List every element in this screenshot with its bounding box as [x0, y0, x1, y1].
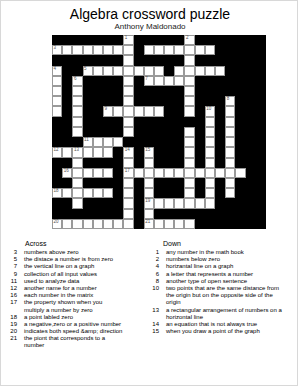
- grid-cell[interactable]: [113, 219, 123, 229]
- grid-cell[interactable]: [93, 45, 103, 55]
- black-cell: [174, 209, 184, 219]
- grid-cell[interactable]: [225, 106, 235, 116]
- clue-text: collection of all input values: [24, 271, 124, 278]
- black-cell: [246, 188, 256, 198]
- grid-cell[interactable]: 6: [72, 76, 82, 86]
- black-cell: [134, 76, 144, 86]
- black-cell: [154, 158, 164, 168]
- grid-cell[interactable]: 14: [123, 147, 133, 157]
- grid-cell[interactable]: [52, 86, 62, 96]
- crossword-page: Algebra crossword puzzle Anthony Maldona…: [0, 0, 298, 386]
- black-cell: [62, 198, 72, 208]
- black-cell: [215, 188, 225, 198]
- black-cell: [195, 76, 205, 86]
- black-cell: [195, 188, 205, 198]
- black-cell: [256, 188, 266, 198]
- black-cell: [174, 127, 184, 137]
- grid-cell[interactable]: [184, 158, 194, 168]
- black-cell: [52, 127, 62, 137]
- black-cell: [144, 117, 154, 127]
- clue-number: 19: [5, 321, 17, 328]
- grid-cell[interactable]: [184, 106, 194, 116]
- grid-cell[interactable]: [225, 137, 235, 147]
- grid-cell[interactable]: [225, 158, 235, 168]
- grid-cell[interactable]: [205, 137, 215, 147]
- grid-cell[interactable]: [62, 219, 72, 229]
- black-cell: [205, 76, 215, 86]
- grid-cell[interactable]: [103, 137, 113, 147]
- black-cell: [113, 86, 123, 96]
- black-cell: [174, 188, 184, 198]
- black-cell: [225, 209, 235, 219]
- grid-cell[interactable]: [154, 76, 164, 86]
- grid-cell[interactable]: [205, 147, 215, 157]
- black-cell: [62, 66, 72, 76]
- black-cell: [246, 209, 256, 219]
- grid-cell[interactable]: [195, 45, 205, 55]
- black-cell: [164, 96, 174, 106]
- black-cell: [215, 158, 225, 168]
- grid-cell[interactable]: [205, 45, 215, 55]
- black-cell: [72, 66, 82, 76]
- grid-cell[interactable]: [123, 209, 133, 219]
- grid-cell[interactable]: [205, 188, 215, 198]
- clue-row: 4horizantal line on a graph: [147, 263, 295, 270]
- black-cell: [256, 178, 266, 188]
- clue-text: the distace a number is from zero: [24, 256, 124, 263]
- grid-cell[interactable]: [134, 168, 144, 178]
- grid-cell[interactable]: [184, 96, 194, 106]
- clue-text: another type of open sentence: [166, 278, 286, 285]
- grid-cell[interactable]: [144, 168, 154, 178]
- grid-cell[interactable]: [164, 219, 174, 229]
- grid-cell[interactable]: 15: [144, 147, 154, 157]
- black-cell: [235, 106, 245, 116]
- grid-cell[interactable]: [113, 137, 123, 147]
- black-cell: [83, 35, 93, 45]
- grid-cell[interactable]: [144, 66, 154, 76]
- grid-cell[interactable]: [144, 209, 154, 219]
- grid-cell[interactable]: 21: [144, 219, 154, 229]
- grid-cell[interactable]: [93, 147, 103, 157]
- black-cell: [256, 209, 266, 219]
- black-cell: [103, 86, 113, 96]
- black-cell: [256, 106, 266, 116]
- black-cell: [164, 147, 174, 157]
- grid-cell[interactable]: [154, 198, 164, 208]
- black-cell: [164, 158, 174, 168]
- grid-cell[interactable]: 13: [72, 147, 82, 157]
- clue-text: when you draw a point of the graph: [166, 328, 286, 335]
- grid-cell[interactable]: [123, 76, 133, 86]
- grid-cell[interactable]: [205, 158, 215, 168]
- black-cell: [246, 127, 256, 137]
- grid-cell[interactable]: [72, 45, 82, 55]
- black-cell: [174, 106, 184, 116]
- grid-cell[interactable]: 7: [144, 76, 154, 86]
- grid-cell[interactable]: [83, 45, 93, 55]
- grid-cell[interactable]: [205, 66, 215, 76]
- grid-cell[interactable]: [205, 127, 215, 137]
- grid-cell[interactable]: 12: [52, 147, 62, 157]
- black-cell: [134, 86, 144, 96]
- grid-cell[interactable]: [93, 137, 103, 147]
- grid-cell[interactable]: 10: [205, 106, 215, 116]
- black-cell: [164, 55, 174, 65]
- black-cell: [174, 86, 184, 96]
- clue-row: 17the property shown when you multiply a…: [5, 299, 145, 313]
- clue-row: 12another name for a number: [5, 285, 145, 292]
- cell-number: 20: [54, 220, 59, 225]
- black-cell: [93, 76, 103, 86]
- clue-text: any number in the math book: [166, 249, 286, 256]
- black-cell: [144, 96, 154, 106]
- grid-cell[interactable]: [134, 66, 144, 76]
- grid-cell[interactable]: [144, 158, 154, 168]
- black-cell: [164, 86, 174, 96]
- black-cell: [134, 127, 144, 137]
- black-cell: [195, 86, 205, 96]
- grid-cell[interactable]: [123, 219, 133, 229]
- grid-cell[interactable]: [72, 158, 82, 168]
- grid-cell[interactable]: [174, 76, 184, 86]
- black-cell: [225, 86, 235, 96]
- black-cell: [52, 137, 62, 147]
- grid-cell[interactable]: [215, 66, 225, 76]
- black-cell: [83, 106, 93, 116]
- grid-cell[interactable]: [103, 168, 113, 178]
- grid-cell[interactable]: 5: [83, 66, 93, 76]
- grid-cell[interactable]: [123, 106, 133, 116]
- grid-cell[interactable]: [103, 147, 113, 157]
- grid-cell[interactable]: [62, 45, 72, 55]
- black-cell: [235, 209, 245, 219]
- black-cell: [123, 137, 133, 147]
- black-cell: [62, 35, 72, 45]
- grid-cell[interactable]: [103, 45, 113, 55]
- grid-cell[interactable]: [72, 168, 82, 178]
- black-cell: [134, 188, 144, 198]
- grid-cell[interactable]: [154, 106, 164, 116]
- black-cell: [83, 178, 93, 188]
- author-byline: Anthony Maldonado: [1, 22, 298, 31]
- grid-cell[interactable]: [205, 178, 215, 188]
- black-cell: [134, 198, 144, 208]
- clue-row: 21the piont that corresponds to a number: [5, 335, 145, 349]
- grid-cell[interactable]: [174, 168, 184, 178]
- clue-text: a rectangular arrangement of numbers on …: [166, 307, 286, 321]
- black-cell: [113, 209, 123, 219]
- black-cell: [174, 35, 184, 45]
- grid-cell[interactable]: [225, 168, 235, 178]
- grid-cell[interactable]: [62, 188, 72, 198]
- grid-cell[interactable]: [184, 168, 194, 178]
- clue-number: 17: [5, 299, 17, 313]
- grid-cell[interactable]: [215, 168, 225, 178]
- grid-cell[interactable]: 20: [52, 219, 62, 229]
- grid-cell[interactable]: [154, 66, 164, 76]
- grid-cell[interactable]: [72, 188, 82, 198]
- black-cell: [256, 76, 266, 86]
- grid-cell[interactable]: [225, 178, 235, 188]
- clue-row: 9collection of all input values: [5, 271, 145, 278]
- grid-cell[interactable]: [123, 127, 133, 137]
- grid-cell[interactable]: [225, 188, 235, 198]
- clue-number: 1: [147, 249, 159, 256]
- clue-text: another name for a number: [24, 285, 124, 292]
- black-cell: [256, 45, 266, 55]
- clue-text: numbers below zero: [166, 256, 286, 263]
- black-cell: [134, 35, 144, 45]
- black-cell: [93, 198, 103, 208]
- grid-cell[interactable]: [205, 198, 215, 208]
- clue-number: 9: [5, 271, 17, 278]
- grid-cell[interactable]: [205, 117, 215, 127]
- black-cell: [83, 209, 93, 219]
- grid-cell[interactable]: [123, 188, 133, 198]
- black-cell: [256, 147, 266, 157]
- black-cell: [93, 158, 103, 168]
- black-cell: [144, 127, 154, 137]
- cell-number: 5: [84, 67, 87, 72]
- grid-cell[interactable]: [154, 168, 164, 178]
- grid-cell[interactable]: [72, 127, 82, 137]
- black-cell: [144, 55, 154, 65]
- grid-cell[interactable]: [154, 219, 164, 229]
- black-cell: [235, 86, 245, 96]
- black-cell: [52, 198, 62, 208]
- grid-cell[interactable]: [83, 219, 93, 229]
- grid-cell[interactable]: [164, 76, 174, 86]
- grid-cell[interactable]: [184, 188, 194, 198]
- grid-cell[interactable]: [93, 66, 103, 76]
- grid-cell[interactable]: [144, 188, 154, 198]
- black-cell: [215, 178, 225, 188]
- black-cell: [215, 86, 225, 96]
- black-cell: [256, 117, 266, 127]
- black-cell: [103, 178, 113, 188]
- grid-cell[interactable]: [72, 198, 82, 208]
- grid-cell[interactable]: 17: [123, 168, 133, 178]
- black-cell: [235, 76, 245, 86]
- black-cell: [184, 209, 194, 219]
- grid-cell[interactable]: 9: [103, 106, 113, 116]
- black-cell: [174, 96, 184, 106]
- grid-cell[interactable]: [184, 55, 194, 65]
- black-cell: [246, 86, 256, 96]
- black-cell: [195, 55, 205, 65]
- grid-cell[interactable]: [174, 66, 184, 76]
- grid-cell[interactable]: [123, 45, 133, 55]
- clue-row: 16each number in the matrix: [5, 292, 145, 299]
- black-cell: [235, 96, 245, 106]
- grid-cell[interactable]: [235, 168, 245, 178]
- black-cell: [164, 66, 174, 76]
- black-cell: [246, 219, 256, 229]
- grid-cell[interactable]: [174, 198, 184, 208]
- grid-cell[interactable]: [93, 188, 103, 198]
- grid-cell[interactable]: [205, 168, 215, 178]
- grid-cell[interactable]: [164, 45, 174, 55]
- grid-cell[interactable]: [93, 168, 103, 178]
- black-cell: [205, 86, 215, 96]
- grid-cell[interactable]: [52, 76, 62, 86]
- grid-cell[interactable]: [144, 106, 154, 116]
- grid-cell[interactable]: [195, 168, 205, 178]
- grid-cell[interactable]: [72, 106, 82, 116]
- grid-cell[interactable]: [52, 106, 62, 116]
- cell-number: 7: [145, 77, 148, 82]
- grid-cell[interactable]: [164, 198, 174, 208]
- black-cell: [62, 158, 72, 168]
- grid-cell[interactable]: [93, 219, 103, 229]
- clue-text: horizantal line on a graph: [166, 263, 286, 270]
- black-cell: [246, 45, 256, 55]
- grid-cell[interactable]: [184, 219, 194, 229]
- clue-row: 18a point labled zero: [5, 314, 145, 321]
- black-cell: [256, 86, 266, 96]
- grid-cell[interactable]: 18: [52, 188, 62, 198]
- black-cell: [103, 117, 113, 127]
- black-cell: [154, 209, 164, 219]
- black-cell: [93, 55, 103, 65]
- grid-cell[interactable]: [123, 198, 133, 208]
- grid-cell[interactable]: 2: [184, 35, 194, 45]
- black-cell: [256, 66, 266, 76]
- grid-cell[interactable]: [113, 66, 123, 76]
- grid-cell[interactable]: [72, 117, 82, 127]
- grid-cell[interactable]: [195, 66, 205, 76]
- grid-cell[interactable]: [72, 178, 82, 188]
- clue-number: 16: [5, 292, 17, 299]
- grid-cell[interactable]: [103, 188, 113, 198]
- grid-cell[interactable]: [123, 66, 133, 76]
- grid-cell[interactable]: [103, 66, 113, 76]
- black-cell: [113, 76, 123, 86]
- grid-cell[interactable]: [184, 178, 194, 188]
- grid-cell[interactable]: [123, 117, 133, 127]
- grid-cell[interactable]: [123, 86, 133, 96]
- grid-cell[interactable]: [72, 219, 82, 229]
- grid-cell[interactable]: [225, 117, 235, 127]
- grid-cell[interactable]: 8: [225, 96, 235, 106]
- black-cell: [235, 55, 245, 65]
- grid-cell[interactable]: [83, 188, 93, 198]
- clue-number: 14: [147, 321, 159, 328]
- grid-cell[interactable]: [154, 45, 164, 55]
- black-cell: [103, 55, 113, 65]
- grid-cell[interactable]: [144, 178, 154, 188]
- grid-cell[interactable]: [184, 76, 194, 86]
- grid-cell[interactable]: [113, 106, 123, 116]
- grid-cell[interactable]: [123, 96, 133, 106]
- cell-number: 14: [125, 148, 130, 153]
- cell-number: 1: [125, 36, 128, 41]
- black-cell: [164, 188, 174, 198]
- black-cell: [246, 117, 256, 127]
- grid-cell[interactable]: 16: [62, 168, 72, 178]
- across-clues-section: Across 3numbers above zero5the distace a…: [5, 240, 145, 350]
- black-cell: [93, 106, 103, 116]
- grid-cell[interactable]: [184, 147, 194, 157]
- black-cell: [215, 219, 225, 229]
- clue-row: 11used to analyze data: [5, 278, 145, 285]
- black-cell: [93, 86, 103, 96]
- grid-cell[interactable]: [123, 178, 133, 188]
- black-cell: [134, 219, 144, 229]
- clue-number: 11: [5, 278, 17, 285]
- page-title: Algebra crossword puzzle: [1, 6, 298, 22]
- cell-number: 19: [145, 199, 150, 204]
- grid-cell[interactable]: [52, 96, 62, 106]
- black-cell: [154, 86, 164, 96]
- clue-number: 21: [5, 335, 17, 349]
- black-cell: [235, 117, 245, 127]
- grid-cell[interactable]: [174, 219, 184, 229]
- black-cell: [215, 106, 225, 116]
- grid-cell[interactable]: [225, 147, 235, 157]
- grid-cell[interactable]: [123, 55, 133, 65]
- grid-cell[interactable]: [174, 45, 184, 55]
- grid-cell[interactable]: [123, 158, 133, 168]
- grid-cell[interactable]: [195, 198, 205, 208]
- grid-cell[interactable]: 1: [123, 35, 133, 45]
- grid-cell[interactable]: [184, 137, 194, 147]
- grid-cell[interactable]: 4: [52, 66, 62, 76]
- clue-number: 10: [147, 285, 159, 307]
- black-cell: [93, 178, 103, 188]
- grid-cell[interactable]: [184, 66, 194, 76]
- grid-cell[interactable]: [184, 45, 194, 55]
- grid-cell[interactable]: [184, 198, 194, 208]
- black-cell: [164, 127, 174, 137]
- black-cell: [235, 35, 245, 45]
- black-cell: [195, 127, 205, 137]
- black-cell: [215, 147, 225, 157]
- black-cell: [113, 188, 123, 198]
- grid-cell[interactable]: [83, 168, 93, 178]
- grid-cell[interactable]: [62, 147, 72, 157]
- grid-cell[interactable]: [184, 86, 194, 96]
- grid-cell[interactable]: [72, 86, 82, 96]
- black-cell: [235, 66, 245, 76]
- grid-cell[interactable]: [164, 168, 174, 178]
- grid-cell[interactable]: [72, 96, 82, 106]
- clue-text: numbers above zero: [24, 249, 124, 256]
- grid-cell[interactable]: [184, 127, 194, 137]
- grid-cell[interactable]: 11: [83, 137, 93, 147]
- grid-cell[interactable]: 19: [144, 198, 154, 208]
- black-cell: [83, 76, 93, 86]
- grid-cell[interactable]: 3: [52, 45, 62, 55]
- grid-cell[interactable]: [144, 45, 154, 55]
- grid-cell[interactable]: [103, 219, 113, 229]
- grid-cell[interactable]: [225, 127, 235, 137]
- black-cell: [215, 127, 225, 137]
- clue-number: 5: [5, 256, 17, 263]
- crossword-grid: 123456789101112131415161718192021: [52, 35, 266, 229]
- grid-cell[interactable]: [83, 147, 93, 157]
- black-cell: [154, 147, 164, 157]
- grid-cell[interactable]: [134, 106, 144, 116]
- black-cell: [62, 86, 72, 96]
- black-cell: [103, 76, 113, 86]
- clue-number: 3: [5, 249, 17, 256]
- cell-number: 10: [206, 107, 211, 112]
- cell-number: 4: [54, 67, 57, 72]
- clue-row: 20indicates both speed &amp; direction: [5, 328, 145, 335]
- grid-cell[interactable]: [113, 45, 123, 55]
